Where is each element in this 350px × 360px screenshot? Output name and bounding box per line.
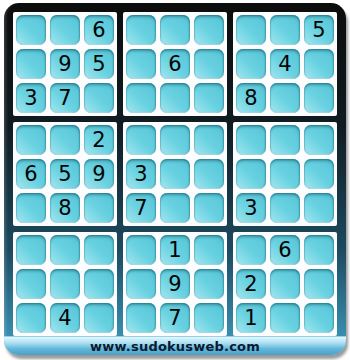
cell-r9c5[interactable]: 7	[160, 303, 190, 333]
cell-r3c7[interactable]: 8	[236, 83, 266, 113]
cell-r8c9[interactable]	[304, 269, 334, 299]
cell-r6c9[interactable]	[304, 193, 334, 223]
cell-r1c8[interactable]	[270, 15, 300, 45]
cell-r3c8[interactable]	[270, 83, 300, 113]
cell-r4c1[interactable]	[16, 125, 46, 155]
cell-r6c3[interactable]	[84, 193, 114, 223]
cell-r4c8[interactable]	[270, 125, 300, 155]
sudoku-board: 695376548265983734197621	[13, 12, 337, 336]
cell-r1c4[interactable]	[126, 15, 156, 45]
cell-r9c6[interactable]	[194, 303, 224, 333]
cell-r2c7[interactable]	[236, 49, 266, 79]
box-1: 69537	[13, 12, 117, 116]
cell-r7c6[interactable]	[194, 235, 224, 265]
cell-r7c1[interactable]	[16, 235, 46, 265]
cell-r6c1[interactable]	[16, 193, 46, 223]
cell-r9c3[interactable]	[84, 303, 114, 333]
cell-r9c7[interactable]: 1	[236, 303, 266, 333]
cell-r6c4[interactable]: 7	[126, 193, 156, 223]
box-4: 26598	[13, 122, 117, 226]
cell-r7c3[interactable]	[84, 235, 114, 265]
cell-r5c4[interactable]: 3	[126, 159, 156, 189]
box-8: 197	[123, 232, 227, 336]
cell-r1c3[interactable]: 6	[84, 15, 114, 45]
cell-r3c2[interactable]: 7	[50, 83, 80, 113]
cell-r4c6[interactable]	[194, 125, 224, 155]
cell-r5c8[interactable]	[270, 159, 300, 189]
cell-r7c8[interactable]: 6	[270, 235, 300, 265]
cell-r2c2[interactable]: 9	[50, 49, 80, 79]
cell-r4c9[interactable]	[304, 125, 334, 155]
cell-r3c5[interactable]	[160, 83, 190, 113]
cell-r8c8[interactable]	[270, 269, 300, 299]
cell-r8c4[interactable]	[126, 269, 156, 299]
cell-r1c6[interactable]	[194, 15, 224, 45]
cell-r8c7[interactable]: 2	[236, 269, 266, 299]
cell-r8c5[interactable]: 9	[160, 269, 190, 299]
footer-bar: www.sudokusweb.com	[4, 336, 346, 355]
cell-r9c8[interactable]	[270, 303, 300, 333]
cell-r5c6[interactable]	[194, 159, 224, 189]
cell-r5c1[interactable]: 6	[16, 159, 46, 189]
cell-r3c3[interactable]	[84, 83, 114, 113]
box-7: 4	[13, 232, 117, 336]
cell-r3c6[interactable]	[194, 83, 224, 113]
cell-r3c1[interactable]: 3	[16, 83, 46, 113]
cell-r4c4[interactable]	[126, 125, 156, 155]
cell-r5c2[interactable]: 5	[50, 159, 80, 189]
cell-r8c6[interactable]	[194, 269, 224, 299]
box-6: 3	[233, 122, 337, 226]
cell-r2c3[interactable]: 5	[84, 49, 114, 79]
cell-r4c5[interactable]	[160, 125, 190, 155]
cell-r4c3[interactable]: 2	[84, 125, 114, 155]
cell-r9c2[interactable]: 4	[50, 303, 80, 333]
site-url: www.sudokusweb.com	[90, 339, 260, 354]
cell-r3c4[interactable]	[126, 83, 156, 113]
cell-r5c7[interactable]	[236, 159, 266, 189]
cell-r6c6[interactable]	[194, 193, 224, 223]
cell-r5c9[interactable]	[304, 159, 334, 189]
cell-r6c2[interactable]: 8	[50, 193, 80, 223]
cell-r1c7[interactable]	[236, 15, 266, 45]
cell-r2c9[interactable]	[304, 49, 334, 79]
cell-r6c5[interactable]	[160, 193, 190, 223]
cell-r5c5[interactable]	[160, 159, 190, 189]
cell-r9c9[interactable]	[304, 303, 334, 333]
cell-r9c1[interactable]	[16, 303, 46, 333]
cell-r5c3[interactable]: 9	[84, 159, 114, 189]
box-3: 548	[233, 12, 337, 116]
cell-r8c3[interactable]	[84, 269, 114, 299]
cell-r6c7[interactable]: 3	[236, 193, 266, 223]
board-area: 695376548265983734197621	[4, 3, 346, 336]
cell-r2c5[interactable]: 6	[160, 49, 190, 79]
cell-r2c1[interactable]	[16, 49, 46, 79]
cell-r1c9[interactable]: 5	[304, 15, 334, 45]
cell-r7c2[interactable]	[50, 235, 80, 265]
box-2: 6	[123, 12, 227, 116]
cell-r1c1[interactable]	[16, 15, 46, 45]
cell-r8c2[interactable]	[50, 269, 80, 299]
cell-r7c4[interactable]	[126, 235, 156, 265]
cell-r7c5[interactable]: 1	[160, 235, 190, 265]
cell-r8c1[interactable]	[16, 269, 46, 299]
cell-r9c4[interactable]	[126, 303, 156, 333]
cell-r7c7[interactable]	[236, 235, 266, 265]
box-5: 37	[123, 122, 227, 226]
cell-r2c6[interactable]	[194, 49, 224, 79]
cell-r4c2[interactable]	[50, 125, 80, 155]
cell-r4c7[interactable]	[236, 125, 266, 155]
cell-r7c9[interactable]	[304, 235, 334, 265]
cell-r3c9[interactable]	[304, 83, 334, 113]
cell-r1c2[interactable]	[50, 15, 80, 45]
box-9: 621	[233, 232, 337, 336]
cell-r2c4[interactable]	[126, 49, 156, 79]
cell-r6c8[interactable]	[270, 193, 300, 223]
outer-frame: 695376548265983734197621 www.sudokusweb.…	[4, 3, 346, 355]
cell-r2c8[interactable]: 4	[270, 49, 300, 79]
cell-r1c5[interactable]	[160, 15, 190, 45]
